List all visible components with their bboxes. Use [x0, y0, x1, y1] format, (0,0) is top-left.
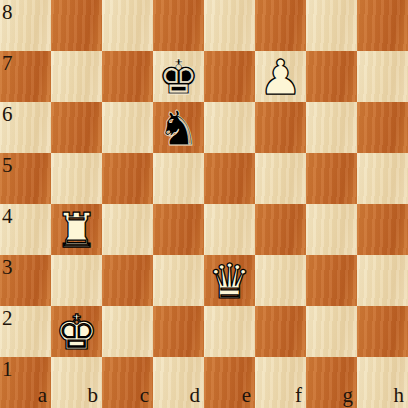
square-h8[interactable]: [357, 0, 408, 51]
square-h2[interactable]: [357, 306, 408, 357]
square-h5[interactable]: [357, 153, 408, 204]
square-g4[interactable]: [306, 204, 357, 255]
square-a3[interactable]: [0, 255, 51, 306]
white-pawn[interactable]: ♟: [255, 51, 306, 102]
square-e2[interactable]: [204, 306, 255, 357]
white-queen[interactable]: ♛: [204, 255, 255, 306]
square-g8[interactable]: [306, 0, 357, 51]
square-e1[interactable]: [204, 357, 255, 408]
chess-board: ♚♟♞♜♛♚87654321abcdefgh: [0, 0, 408, 408]
white-rook[interactable]: ♜: [51, 204, 102, 255]
square-c3[interactable]: [102, 255, 153, 306]
square-c4[interactable]: [102, 204, 153, 255]
square-e3[interactable]: ♛: [204, 255, 255, 306]
square-a5[interactable]: [0, 153, 51, 204]
square-g1[interactable]: [306, 357, 357, 408]
square-a1[interactable]: [0, 357, 51, 408]
square-h6[interactable]: [357, 102, 408, 153]
square-f7[interactable]: ♟: [255, 51, 306, 102]
black-knight[interactable]: ♞: [153, 102, 204, 153]
square-c5[interactable]: [102, 153, 153, 204]
square-a6[interactable]: [0, 102, 51, 153]
square-d4[interactable]: [153, 204, 204, 255]
square-d1[interactable]: [153, 357, 204, 408]
square-e7[interactable]: [204, 51, 255, 102]
square-h7[interactable]: [357, 51, 408, 102]
square-f5[interactable]: [255, 153, 306, 204]
square-d5[interactable]: [153, 153, 204, 204]
square-e5[interactable]: [204, 153, 255, 204]
square-a4[interactable]: [0, 204, 51, 255]
square-f4[interactable]: [255, 204, 306, 255]
square-f8[interactable]: [255, 0, 306, 51]
square-g6[interactable]: [306, 102, 357, 153]
square-a8[interactable]: [0, 0, 51, 51]
square-c8[interactable]: [102, 0, 153, 51]
square-d2[interactable]: [153, 306, 204, 357]
square-g7[interactable]: [306, 51, 357, 102]
black-king[interactable]: ♚: [153, 51, 204, 102]
square-b8[interactable]: [51, 0, 102, 51]
square-h4[interactable]: [357, 204, 408, 255]
square-a2[interactable]: [0, 306, 51, 357]
square-e8[interactable]: [204, 0, 255, 51]
square-c1[interactable]: [102, 357, 153, 408]
square-f2[interactable]: [255, 306, 306, 357]
square-e6[interactable]: [204, 102, 255, 153]
square-f3[interactable]: [255, 255, 306, 306]
square-c6[interactable]: [102, 102, 153, 153]
square-b7[interactable]: [51, 51, 102, 102]
square-g5[interactable]: [306, 153, 357, 204]
square-a7[interactable]: [0, 51, 51, 102]
square-g3[interactable]: [306, 255, 357, 306]
white-king[interactable]: ♚: [51, 306, 102, 357]
square-b2[interactable]: ♚: [51, 306, 102, 357]
square-d7[interactable]: ♚: [153, 51, 204, 102]
square-b1[interactable]: [51, 357, 102, 408]
square-g2[interactable]: [306, 306, 357, 357]
square-h1[interactable]: [357, 357, 408, 408]
square-h3[interactable]: [357, 255, 408, 306]
square-f1[interactable]: [255, 357, 306, 408]
square-b6[interactable]: [51, 102, 102, 153]
square-b5[interactable]: [51, 153, 102, 204]
square-b4[interactable]: ♜: [51, 204, 102, 255]
square-c7[interactable]: [102, 51, 153, 102]
square-e4[interactable]: [204, 204, 255, 255]
square-d6[interactable]: ♞: [153, 102, 204, 153]
square-c2[interactable]: [102, 306, 153, 357]
square-d8[interactable]: [153, 0, 204, 51]
square-d3[interactable]: [153, 255, 204, 306]
square-f6[interactable]: [255, 102, 306, 153]
square-b3[interactable]: [51, 255, 102, 306]
